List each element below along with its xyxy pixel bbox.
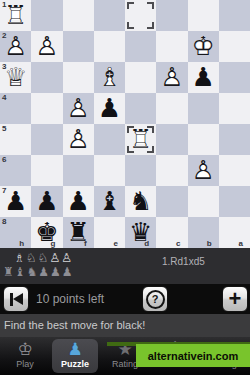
add-button[interactable]: +: [222, 286, 248, 312]
square-e5[interactable]: [94, 124, 125, 155]
white-king: ♚♔: [188, 31, 219, 62]
square-h6[interactable]: 6: [0, 155, 31, 186]
square-d4[interactable]: [125, 93, 156, 124]
black-knight: ♞: [125, 186, 156, 217]
captured-black-pieces: ♜♝♞♟♟♟: [3, 265, 73, 279]
square-c8[interactable]: c: [156, 217, 187, 248]
white-rook: ♜♖: [125, 124, 156, 155]
captured-white-bishop-icon: ♗: [14, 251, 25, 265]
square-a7[interactable]: [219, 186, 250, 217]
white-pawn: ♟♙: [63, 93, 94, 124]
square-e3[interactable]: ♝♗: [94, 62, 125, 93]
chess-board: 1♜♖2♟♙♟♙♚♔3♛♕♝♗♟♙♟4♟♙♟5♟♙♜♖6♟♙7♟♟♟♝♞8hg♚…: [0, 0, 250, 248]
captured-black-knight-icon: ♞: [27, 265, 38, 279]
black-pawn: ♟: [31, 186, 62, 217]
square-a1[interactable]: [219, 0, 250, 31]
rank-label-5: 5: [2, 124, 6, 133]
square-h5[interactable]: 5: [0, 124, 31, 155]
file-label-c: c: [176, 239, 180, 248]
square-e8[interactable]: e: [94, 217, 125, 248]
square-b3[interactable]: ♟: [188, 62, 219, 93]
square-b4[interactable]: [188, 93, 219, 124]
captured-black-pawn-icon: ♟: [38, 265, 49, 279]
square-c1[interactable]: [156, 0, 187, 31]
captured-white-pawn-icon: ♙: [61, 251, 72, 265]
square-b8[interactable]: b: [188, 217, 219, 248]
file-label-g: g: [51, 239, 56, 248]
square-e4[interactable]: ♟: [94, 93, 125, 124]
tab-play[interactable]: ♔Play: [0, 337, 50, 375]
square-c2[interactable]: [156, 31, 187, 62]
last-move-text: 1.Rd1xd5: [162, 256, 205, 267]
square-b2[interactable]: ♚♔: [188, 31, 219, 62]
pawn-icon: ♟: [50, 339, 100, 359]
captured-white-pawn-icon: ♙: [49, 251, 60, 265]
tab-puzzle[interactable]: ♟Puzzle: [50, 337, 100, 375]
skip-to-start-icon: [10, 293, 23, 306]
square-d3[interactable]: [125, 62, 156, 93]
square-a6[interactable]: [219, 155, 250, 186]
rank-label-2: 2: [2, 31, 6, 40]
white-pawn: ♟♙: [156, 62, 187, 93]
square-b7[interactable]: [188, 186, 219, 217]
black-rook: ♜: [63, 217, 94, 248]
king-crown-icon: ♔: [0, 339, 50, 359]
square-e2[interactable]: [94, 31, 125, 62]
square-g6[interactable]: [31, 155, 62, 186]
rank-label-7: 7: [2, 186, 6, 195]
square-d8[interactable]: d♛: [125, 217, 156, 248]
square-g5[interactable]: [31, 124, 62, 155]
square-a5[interactable]: [219, 124, 250, 155]
square-e6[interactable]: [94, 155, 125, 186]
white-pawn: ♟♙: [31, 31, 62, 62]
tab-label: Play: [0, 359, 50, 369]
rank-label-8: 8: [2, 217, 6, 226]
square-g2[interactable]: ♟♙: [31, 31, 62, 62]
square-f5[interactable]: ♟♙: [63, 124, 94, 155]
plus-icon: +: [229, 288, 242, 310]
help-button[interactable]: ?: [142, 286, 168, 312]
white-pawn: ♟♙: [188, 155, 219, 186]
square-g1[interactable]: [31, 0, 62, 31]
square-d5[interactable]: ♜♖: [125, 124, 156, 155]
captured-white-knight-icon: ♘: [38, 251, 49, 265]
square-a2[interactable]: [219, 31, 250, 62]
white-pawn: ♟♙: [63, 124, 94, 155]
square-b6[interactable]: ♟♙: [188, 155, 219, 186]
file-label-b: b: [207, 239, 212, 248]
file-label-f: f: [84, 239, 87, 248]
square-h2[interactable]: 2♟♙: [0, 31, 31, 62]
square-d6[interactable]: [125, 155, 156, 186]
black-pawn: ♟: [63, 186, 94, 217]
captured-black-pawn-icon: ♟: [62, 265, 73, 279]
watermark-text: alternativein.com: [148, 350, 238, 362]
square-b1[interactable]: [188, 0, 219, 31]
points-left-text: 10 points left: [36, 292, 104, 306]
black-queen: ♛: [125, 217, 156, 248]
file-label-d: d: [144, 239, 149, 248]
app-screen: 1♜♖2♟♙♟♙♚♔3♛♕♝♗♟♙♟4♟♙♟5♟♙♜♖6♟♙7♟♟♟♝♞8hg♚…: [0, 0, 250, 375]
square-h4[interactable]: 4: [0, 93, 31, 124]
white-bishop: ♝♗: [94, 62, 125, 93]
square-a4[interactable]: [219, 93, 250, 124]
captured-white-pieces: ♗♘♘♙♙: [14, 251, 72, 265]
square-c6[interactable]: [156, 155, 187, 186]
square-d7[interactable]: ♞: [125, 186, 156, 217]
square-g3[interactable]: [31, 62, 62, 93]
square-f1[interactable]: [63, 0, 94, 31]
puzzle-controls: 10 points left ? +: [0, 284, 250, 314]
file-label-e: e: [114, 239, 118, 248]
watermark-banner: alternativein.com: [136, 344, 250, 367]
rank-label-3: 3: [2, 62, 6, 71]
square-f8[interactable]: f♜: [63, 217, 94, 248]
instruction-text: Find the best move for black!: [0, 314, 250, 337]
square-g7[interactable]: ♟: [31, 186, 62, 217]
square-h3[interactable]: 3♛♕: [0, 62, 31, 93]
black-pawn: ♟: [188, 62, 219, 93]
rank-label-1: 1: [2, 0, 6, 9]
rank-label-4: 4: [2, 93, 6, 102]
square-h7[interactable]: 7♟: [0, 186, 31, 217]
square-b5[interactable]: [188, 124, 219, 155]
black-pawn: ♟: [94, 93, 125, 124]
tab-label: Puzzle: [50, 359, 100, 369]
square-a3[interactable]: [219, 62, 250, 93]
black-king: ♚: [31, 217, 62, 248]
file-label-a: a: [239, 239, 243, 248]
square-g4[interactable]: [31, 93, 62, 124]
square-d2[interactable]: [125, 31, 156, 62]
captured-black-bishop-icon: ♝: [15, 265, 26, 279]
skip-to-start-button[interactable]: [3, 286, 29, 312]
square-h8[interactable]: 8h: [0, 217, 31, 248]
square-a8[interactable]: a: [219, 217, 250, 248]
square-h1[interactable]: 1♜♖: [0, 0, 31, 31]
square-c4[interactable]: [156, 93, 187, 124]
file-label-h: h: [19, 239, 24, 248]
square-f7[interactable]: ♟: [63, 186, 94, 217]
captured-white-knight-icon: ♘: [26, 251, 37, 265]
square-d1[interactable]: [125, 0, 156, 31]
rank-label-6: 6: [2, 155, 6, 164]
captured-black-rook-icon: ♜: [3, 265, 14, 279]
square-c7[interactable]: [156, 186, 187, 217]
square-f6[interactable]: [63, 155, 94, 186]
square-e1[interactable]: [94, 0, 125, 31]
square-e7[interactable]: ♝: [94, 186, 125, 217]
black-bishop: ♝: [94, 186, 125, 217]
question-mark-icon: ?: [146, 290, 165, 309]
captured-pieces-tray: ♗♘♘♙♙ ♜♝♞♟♟♟ 1.Rd1xd5: [0, 248, 250, 284]
square-c5[interactable]: [156, 124, 187, 155]
captured-black-pawn-icon: ♟: [50, 265, 61, 279]
square-f2[interactable]: [63, 31, 94, 62]
square-f3[interactable]: [63, 62, 94, 93]
square-c3[interactable]: ♟♙: [156, 62, 187, 93]
square-g8[interactable]: g♚: [31, 217, 62, 248]
square-f4[interactable]: ♟♙: [63, 93, 94, 124]
